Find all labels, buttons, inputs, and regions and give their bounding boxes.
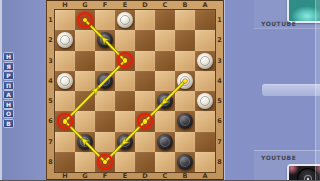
square-C1[interactable]: [155, 10, 175, 30]
player-name-top: YOUTUBE: [261, 20, 296, 27]
square-D7[interactable]: [135, 132, 155, 152]
square-B2[interactable]: [175, 30, 195, 50]
square-D2[interactable]: [135, 30, 155, 50]
rank-label: 7: [215, 132, 224, 152]
square-E8[interactable]: [115, 152, 135, 172]
square-G6[interactable]: [75, 111, 95, 131]
rank-label: 8: [215, 152, 224, 172]
square-H1[interactable]: [55, 10, 75, 30]
rank-label: 8: [46, 152, 55, 172]
square-H3[interactable]: [55, 51, 75, 71]
rank-label: 6: [215, 111, 224, 131]
window-right-edge: [315, 0, 320, 180]
file-label: H: [55, 1, 75, 10]
piece-ring: [180, 116, 190, 126]
square-G2[interactable]: [75, 30, 95, 50]
black-piece-C7[interactable]: [157, 134, 173, 150]
file-label: F: [95, 172, 115, 181]
square-F1[interactable]: [95, 10, 115, 30]
player-card-top: YOUTUBE: [254, 0, 320, 29]
square-B5[interactable]: [175, 91, 195, 111]
black-piece-E7[interactable]: [117, 134, 133, 150]
file-label: H: [55, 172, 75, 181]
square-C6[interactable]: [155, 111, 175, 131]
square-H5[interactable]: [55, 91, 75, 111]
square-B1[interactable]: [175, 10, 195, 30]
piece-ring: [160, 96, 170, 106]
right-panel: YOUTUBE YOUTUBE: [224, 0, 320, 180]
square-C2[interactable]: [155, 30, 175, 50]
sidebar-letter-button[interactable]: В: [3, 119, 14, 128]
square-F3[interactable]: [95, 51, 115, 71]
square-H7[interactable]: [55, 132, 75, 152]
white-piece-E1[interactable]: [117, 12, 133, 28]
white-piece-A3[interactable]: [197, 53, 213, 69]
square-D4[interactable]: [135, 71, 155, 91]
file-labels-bottom: HGFEDCBA: [55, 172, 215, 181]
square-B7[interactable]: [175, 132, 195, 152]
square-F5[interactable]: [95, 91, 115, 111]
square-E3[interactable]: [115, 51, 135, 71]
square-A8[interactable]: [195, 152, 215, 172]
rank-label: 5: [46, 91, 55, 111]
square-H8[interactable]: [55, 152, 75, 172]
square-D8[interactable]: [135, 152, 155, 172]
file-label: G: [75, 1, 95, 10]
rank-label: 3: [46, 51, 55, 71]
checker-emblem-icon: [304, 175, 312, 181]
black-piece-B8[interactable]: [177, 154, 193, 170]
file-label: A: [195, 172, 215, 181]
sidebar-letter-button[interactable]: Н: [3, 52, 14, 61]
piece-ring: [100, 76, 110, 86]
piece-ring: [160, 137, 170, 147]
rank-label: 2: [215, 30, 224, 50]
capture-landing-glow: [55, 111, 75, 131]
left-sidebar: НЯРПАНОВ: [2, 0, 46, 180]
square-F8[interactable]: [95, 152, 115, 172]
piece-ring: [180, 157, 190, 167]
rank-label: 4: [46, 71, 55, 91]
square-G8[interactable]: [75, 152, 95, 172]
square-C8[interactable]: [155, 152, 175, 172]
square-C3[interactable]: [155, 51, 175, 71]
file-labels-top: HGFEDCBA: [55, 1, 215, 10]
square-G3[interactable]: [75, 51, 95, 71]
rank-label: 2: [46, 30, 55, 50]
white-piece-A5[interactable]: [197, 93, 213, 109]
square-D1[interactable]: [135, 10, 155, 30]
capture-landing-glow: [115, 51, 135, 71]
file-label: B: [175, 172, 195, 181]
capture-landing-glow: [75, 10, 95, 30]
collapsed-panel-bar[interactable]: [262, 84, 320, 96]
piece-ring: [120, 137, 130, 147]
board-frame: HGFEDCBA HGFEDCBA 12345678 12345678: [46, 0, 224, 180]
black-piece-C5[interactable]: [157, 93, 173, 109]
piece-ring: [60, 35, 70, 45]
rank-label: 3: [215, 51, 224, 71]
player-name-bottom: YOUTUBE: [261, 154, 296, 161]
black-piece-G7[interactable]: [77, 134, 93, 150]
square-A1[interactable]: [195, 10, 215, 30]
file-label: D: [135, 1, 155, 10]
square-A6[interactable]: [195, 111, 215, 131]
square-A4[interactable]: [195, 71, 215, 91]
square-E5[interactable]: [115, 91, 135, 111]
piece-ring: [80, 137, 90, 147]
square-D6[interactable]: [135, 111, 155, 131]
capture-landing-glow: [95, 152, 115, 172]
capture-landing-glow: [135, 111, 155, 131]
rank-label: 5: [215, 91, 224, 111]
square-G4[interactable]: [75, 71, 95, 91]
square-H6[interactable]: [55, 111, 75, 131]
rank-label: 1: [215, 10, 224, 30]
square-E2[interactable]: [115, 30, 135, 50]
rank-labels-right: 12345678: [215, 10, 224, 172]
square-D3[interactable]: [135, 51, 155, 71]
square-G1[interactable]: [75, 10, 95, 30]
rank-label: 4: [215, 71, 224, 91]
square-D5[interactable]: [135, 91, 155, 111]
file-label: F: [95, 1, 115, 10]
white-piece-B4[interactable]: [177, 73, 193, 89]
rank-labels-left: 12345678: [46, 10, 55, 172]
square-F6[interactable]: [95, 111, 115, 131]
file-label: B: [175, 1, 195, 10]
square-G5[interactable]: [75, 91, 95, 111]
file-label: G: [75, 172, 95, 181]
square-E4[interactable]: [115, 71, 135, 91]
square-F7[interactable]: [95, 132, 115, 152]
app-window: НЯРПАНОВ HGFEDCBA HGFEDCBA 12345678 1234…: [0, 0, 320, 180]
square-B3[interactable]: [175, 51, 195, 71]
file-label: C: [155, 172, 175, 181]
black-piece-F4[interactable]: [97, 73, 113, 89]
sidebar-letter-button[interactable]: О: [3, 109, 14, 118]
square-C4[interactable]: [155, 71, 175, 91]
square-A2[interactable]: [195, 30, 215, 50]
file-label: E: [115, 1, 135, 10]
rank-label: 7: [46, 132, 55, 152]
sidebar-letter-button[interactable]: Я: [3, 62, 14, 71]
file-label: C: [155, 1, 175, 10]
rank-label: 6: [46, 111, 55, 131]
piece-ring: [180, 76, 190, 86]
sidebar-letter-button[interactable]: Р: [3, 71, 14, 80]
white-piece-H4[interactable]: [57, 73, 73, 89]
square-A7[interactable]: [195, 132, 215, 152]
file-label: A: [195, 1, 215, 10]
player-card-bottom: YOUTUBE: [254, 150, 320, 180]
square-E6[interactable]: [115, 111, 135, 131]
piece-ring: [120, 15, 130, 25]
sidebar-letter-stack: НЯРПАНОВ: [3, 52, 15, 128]
piece-ring: [200, 96, 210, 106]
file-label: D: [135, 172, 155, 181]
rank-label: 1: [46, 10, 55, 30]
file-label: E: [115, 172, 135, 181]
piece-ring: [60, 76, 70, 86]
piece-ring: [100, 35, 110, 45]
piece-ring: [200, 56, 210, 66]
sidebar-letter-button[interactable]: А: [3, 90, 14, 99]
sidebar-letter-button[interactable]: Н: [3, 100, 14, 109]
sidebar-letter-button[interactable]: П: [3, 81, 14, 90]
